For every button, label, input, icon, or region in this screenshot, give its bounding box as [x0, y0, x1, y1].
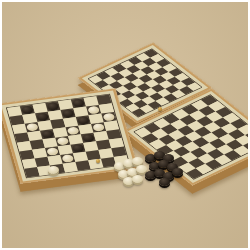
brass-clasp-icon [96, 159, 100, 163]
dark-checker-loose [159, 178, 170, 186]
product-photo-checkers-sets [0, 0, 250, 250]
brass-clasp-icon [158, 107, 162, 111]
loose-pieces-layer [2, 2, 248, 248]
dark-checker-loose [172, 168, 183, 176]
white-checker-loose [48, 166, 59, 174]
white-checker-loose [132, 175, 143, 183]
white-checker-loose [132, 157, 143, 165]
